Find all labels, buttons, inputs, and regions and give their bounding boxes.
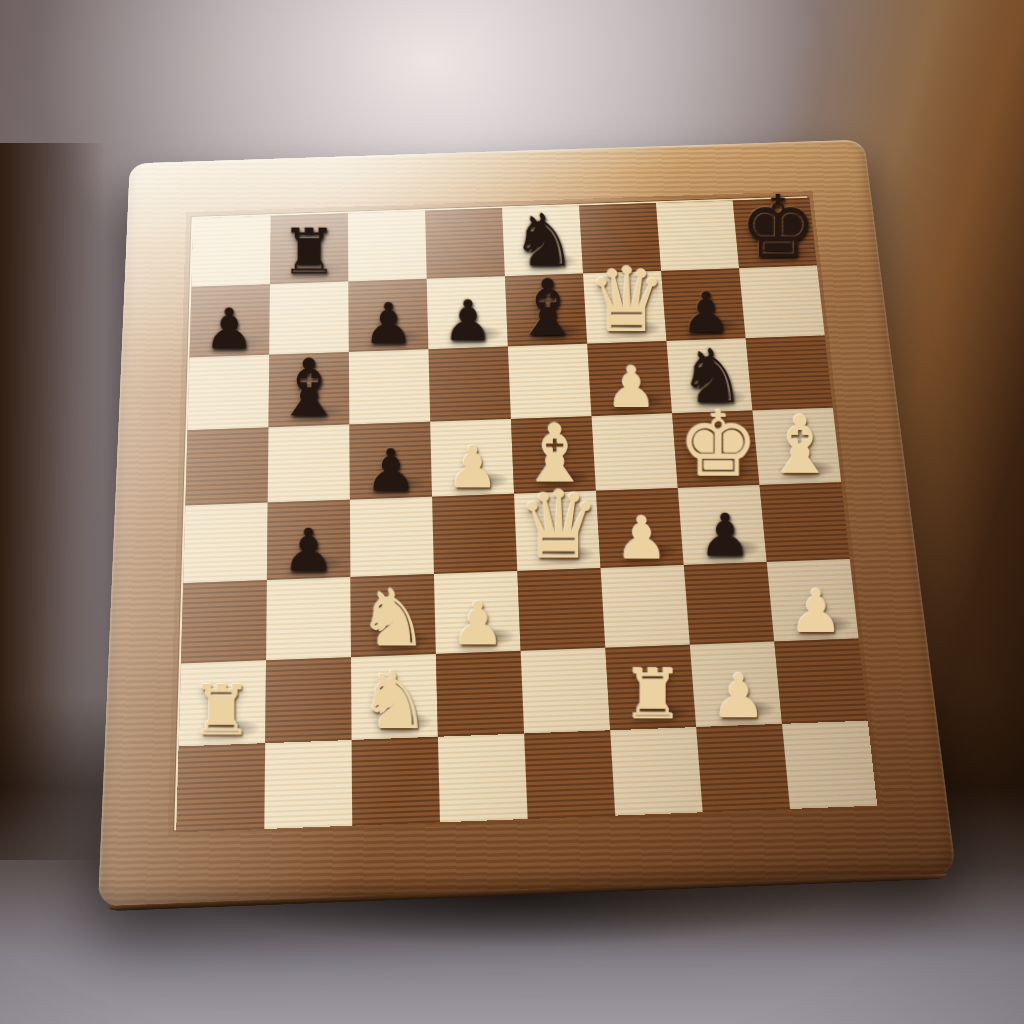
chess-board: ♜♞♚♟♟♟♝♛♟♝♟♞♟♟♝♚♝♟♛♟♟♞♟♟♜♞♜♟: [98, 140, 956, 907]
black-rook-b8: ♜: [270, 223, 348, 283]
square-g7: ♟: [661, 268, 746, 341]
square-b4: ♟: [267, 500, 351, 581]
square-d4: [432, 494, 517, 574]
board-frame: ♜♞♚♟♟♟♝♛♟♝♟♞♟♟♝♚♝♟♛♟♟♞♟♟♜♞♜♟: [98, 140, 956, 907]
square-b5: [268, 425, 350, 503]
square-b8: ♜: [270, 213, 348, 284]
white-pawn-d3: ♟: [436, 596, 521, 653]
square-f4: ♟: [596, 488, 684, 568]
square-c3: ♞: [350, 574, 435, 657]
square-b2: [265, 657, 351, 743]
white-queen-f7: ♛: [587, 258, 666, 343]
square-h8: ♚: [733, 198, 817, 268]
board-inlay-border: ♜♞♚♟♟♟♝♛♟♝♟♞♟♟♝♚♝♟♛♟♟♞♟♟♜♞♜♟: [174, 196, 875, 830]
square-h3: ♟: [767, 559, 859, 642]
square-h5: ♝: [753, 408, 842, 485]
black-bishop-b6: ♝: [268, 351, 349, 426]
square-a7: ♟: [190, 284, 270, 357]
square-b3: [266, 577, 351, 660]
black-bishop-e7: ♝: [508, 272, 587, 346]
square-a2: ♜: [179, 660, 266, 746]
square-d5: ♟: [430, 419, 514, 497]
square-c7: ♟: [348, 279, 428, 352]
square-f7: ♛: [583, 271, 666, 344]
square-g2: ♟: [690, 642, 782, 727]
square-h4: [760, 482, 850, 562]
square-a1: [176, 743, 265, 832]
square-b1: [264, 740, 352, 829]
square-c6: [349, 349, 430, 424]
black-pawn-a7: ♟: [189, 303, 269, 357]
white-pawn-f4: ♟: [600, 511, 683, 567]
white-king-g5: ♚: [678, 401, 760, 486]
square-h7: [739, 266, 825, 339]
square-d3: ♟: [434, 571, 521, 654]
square-g1: [696, 724, 790, 812]
square-b6: ♝: [268, 352, 349, 427]
black-pawn-c5: ♟: [350, 443, 432, 498]
white-bishop-h5: ♝: [759, 408, 841, 484]
square-f2: ♜: [605, 645, 696, 731]
black-pawn-c7: ♟: [349, 297, 429, 350]
white-knight-c2: ♞: [352, 663, 438, 739]
square-a5: [185, 427, 268, 505]
square-a8: [191, 216, 270, 287]
white-rook-f2: ♜: [610, 663, 696, 729]
square-h2: [774, 638, 867, 723]
square-e3: [517, 568, 605, 651]
square-d8: [425, 208, 505, 279]
black-king-h8: ♚: [739, 186, 817, 267]
white-rook-a2: ♜: [179, 679, 265, 745]
square-f6: ♟: [587, 341, 672, 416]
square-g4: ♟: [678, 485, 767, 565]
white-pawn-h3: ♟: [774, 583, 859, 640]
square-c4: [350, 497, 434, 577]
photo-stage: ♜♞♚♟♟♟♝♛♟♝♟♞♟♟♝♚♝♟♛♟♟♞♟♟♜♞♜♟: [0, 0, 1024, 1024]
square-f5: [592, 413, 678, 491]
square-d6: [428, 346, 510, 421]
square-e7: ♝: [505, 274, 587, 347]
black-pawn-d7: ♟: [428, 295, 507, 348]
square-d2: [436, 651, 524, 737]
square-a3: [181, 580, 267, 663]
square-d1: [438, 734, 528, 823]
square-c1: [352, 737, 440, 826]
square-e2: [521, 648, 611, 734]
board-grid: ♜♞♚♟♟♟♝♛♟♝♟♞♟♟♝♚♝♟♛♟♟♞♟♟♜♞♜♟: [176, 198, 873, 832]
square-c8: [348, 211, 427, 282]
square-e4: ♛: [514, 491, 600, 571]
square-c5: ♟: [349, 422, 432, 500]
square-f3: [601, 565, 690, 648]
square-a6: [187, 355, 269, 431]
square-g3: [684, 562, 775, 645]
square-c2: ♞: [351, 654, 438, 740]
square-g8: [656, 200, 739, 271]
square-a4: [183, 503, 267, 584]
black-pawn-g4: ♟: [684, 508, 767, 564]
white-queen-e4: ♛: [517, 481, 600, 570]
square-h1: [782, 721, 877, 809]
black-pawn-b4: ♟: [267, 523, 351, 579]
white-pawn-f6: ♟: [591, 361, 672, 415]
square-g5: ♚: [672, 410, 759, 487]
square-d7: ♟: [427, 276, 508, 349]
square-e1: [524, 730, 615, 819]
white-knight-c3: ♞: [351, 581, 436, 656]
square-f1: [610, 727, 703, 816]
white-pawn-g2: ♟: [696, 668, 782, 726]
perspective-scene: ♜♞♚♟♟♟♝♛♟♝♟♞♟♟♝♚♝♟♛♟♟♞♟♟♜♞♜♟: [0, 0, 1024, 1024]
white-pawn-d5: ♟: [432, 440, 514, 495]
